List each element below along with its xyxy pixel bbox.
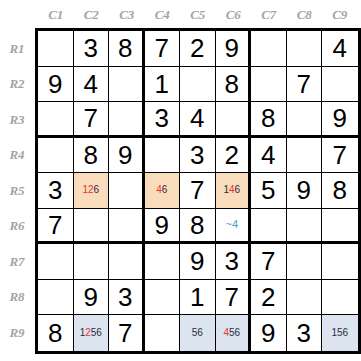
row-label-R7: R7	[0, 244, 34, 280]
cell-R7C4[interactable]	[145, 244, 181, 280]
cell-R3C2[interactable]: 7	[74, 102, 110, 138]
candidate-digit: 6	[343, 328, 349, 338]
col-label-C7: C7	[251, 5, 287, 25]
cell-R9C6[interactable]: 456	[216, 315, 252, 351]
col-label-C8: C8	[287, 5, 323, 25]
cell-R6C4[interactable]: 9	[145, 209, 181, 245]
cell-R2C1[interactable]: 9	[38, 67, 74, 103]
digit: 3	[84, 35, 98, 61]
cell-R6C6[interactable]: ~4	[216, 209, 252, 245]
cell-R1C4[interactable]: 7	[145, 31, 181, 67]
cell-R3C5[interactable]: 4	[180, 102, 216, 138]
cell-R3C3[interactable]	[109, 102, 145, 138]
cell-R2C4[interactable]: 1	[145, 67, 181, 103]
digit: 8	[48, 320, 62, 346]
cell-R8C7[interactable]: 2	[251, 280, 287, 316]
cell-R9C8[interactable]: 3	[287, 315, 323, 351]
cell-R6C1[interactable]: 7	[38, 209, 74, 245]
cell-R1C1[interactable]	[38, 31, 74, 67]
col-label-C2: C2	[74, 5, 110, 25]
cell-R9C4[interactable]	[145, 315, 181, 351]
cell-R7C1[interactable]	[38, 244, 74, 280]
digit: 5	[261, 177, 275, 203]
row-label-R1: R1	[0, 31, 34, 67]
cell-R2C5[interactable]	[180, 67, 216, 103]
digit: 3	[190, 142, 204, 168]
digit: 9	[118, 142, 132, 168]
cell-R6C7[interactable]	[251, 209, 287, 245]
digit: 3	[118, 284, 132, 310]
cell-R2C9[interactable]	[322, 67, 358, 103]
col-label-C9: C9	[322, 5, 358, 25]
row-label-R4: R4	[0, 138, 34, 174]
digit: 7	[155, 35, 169, 61]
digit: 9	[297, 177, 311, 203]
col-label-C6: C6	[216, 5, 252, 25]
digit: 7	[48, 212, 62, 238]
cell-R4C7[interactable]: 4	[251, 138, 287, 174]
cell-R9C1[interactable]: 8	[38, 315, 74, 351]
cell-R6C8[interactable]	[287, 209, 323, 245]
row-label-R2: R2	[0, 67, 34, 103]
digit: 9	[84, 284, 98, 310]
cell-R2C6[interactable]: 8	[216, 67, 252, 103]
cell-R3C1[interactable]	[38, 102, 74, 138]
cell-R1C2[interactable]: 3	[74, 31, 110, 67]
digit: 1	[190, 284, 204, 310]
cell-R1C6[interactable]: 9	[216, 31, 252, 67]
sudoku-board: 38729494187734898932473126467146598798~4…	[35, 28, 361, 354]
row-label-R6: R6	[0, 209, 34, 245]
digit: 8	[84, 142, 98, 168]
cell-R8C8[interactable]	[287, 280, 323, 316]
digit: 3	[225, 248, 239, 274]
cell-R4C8[interactable]	[287, 138, 323, 174]
cell-R5C8[interactable]: 9	[287, 173, 323, 209]
cell-R8C1[interactable]	[38, 280, 74, 316]
note-candidate: ~4	[225, 219, 238, 230]
digit: 4	[333, 35, 347, 61]
cell-R9C7[interactable]: 9	[251, 315, 287, 351]
candidates: 456	[223, 328, 240, 338]
cell-R8C6[interactable]: 7	[216, 280, 252, 316]
cell-R3C4[interactable]: 3	[145, 102, 181, 138]
digit: 3	[155, 105, 169, 131]
cell-R1C9[interactable]: 4	[322, 31, 358, 67]
candidates: 46	[156, 185, 167, 195]
digit: 4	[84, 71, 98, 97]
digit: 9	[190, 248, 204, 274]
cell-R4C2[interactable]: 8	[74, 138, 110, 174]
cell-R1C8[interactable]	[287, 31, 323, 67]
cell-R7C5[interactable]: 9	[180, 244, 216, 280]
digit: 8	[118, 35, 132, 61]
cell-R7C7[interactable]: 7	[251, 244, 287, 280]
digit: 7	[84, 105, 98, 131]
cell-R7C9[interactable]	[322, 244, 358, 280]
digit: 1	[155, 71, 169, 97]
row-label-R3: R3	[0, 102, 34, 138]
cell-R1C7[interactable]	[251, 31, 287, 67]
col-label-C1: C1	[38, 5, 74, 25]
row-label-R9: R9	[0, 315, 34, 351]
digit: 7	[297, 71, 311, 97]
cell-R8C9[interactable]	[322, 280, 358, 316]
digit: 8	[190, 212, 204, 238]
digit: 9	[48, 71, 62, 97]
col-label-C4: C4	[145, 5, 181, 25]
cell-R5C9[interactable]: 8	[322, 173, 358, 209]
digit: 9	[155, 212, 169, 238]
cell-R4C3[interactable]: 9	[109, 138, 145, 174]
cell-R7C3[interactable]	[109, 244, 145, 280]
cell-R4C5[interactable]: 3	[180, 138, 216, 174]
cell-R7C2[interactable]	[74, 244, 110, 280]
digit: 7	[333, 142, 347, 168]
digit: 2	[261, 284, 275, 310]
candidate-digit: 6	[94, 185, 100, 195]
row-label-R8: R8	[0, 280, 34, 316]
cell-R8C3[interactable]: 3	[109, 280, 145, 316]
digit: 3	[48, 177, 62, 203]
candidates: 56	[192, 328, 203, 338]
candidates: 1256	[80, 328, 102, 338]
cell-R2C7[interactable]	[251, 67, 287, 103]
digit: 8	[225, 71, 239, 97]
cell-R3C6[interactable]	[216, 102, 252, 138]
cell-R7C6[interactable]: 3	[216, 244, 252, 280]
cell-R1C3[interactable]: 8	[109, 31, 145, 67]
cell-R6C2[interactable]	[74, 209, 110, 245]
digit: 7	[261, 248, 275, 274]
cell-R3C9[interactable]: 9	[322, 102, 358, 138]
digit: 8	[333, 177, 347, 203]
cell-R5C5[interactable]: 7	[180, 173, 216, 209]
candidate-digit: 6	[235, 185, 241, 195]
cell-R4C1[interactable]	[38, 138, 74, 174]
column-labels: C1C2C3C4C5C6C7C8C9	[38, 5, 358, 25]
row-label-R5: R5	[0, 173, 34, 209]
candidates: 156	[331, 328, 348, 338]
digit: 9	[225, 35, 239, 61]
cell-R9C5[interactable]: 56	[180, 315, 216, 351]
candidate-digit: 6	[96, 328, 102, 338]
cell-R8C4[interactable]	[145, 280, 181, 316]
cell-R2C3[interactable]	[109, 67, 145, 103]
cell-R9C2[interactable]: 1256	[74, 315, 110, 351]
digit: 7	[190, 177, 204, 203]
candidates: 126	[82, 185, 99, 195]
cell-R6C9[interactable]	[322, 209, 358, 245]
candidate-digit: 6	[235, 328, 241, 338]
cell-R4C9[interactable]: 7	[322, 138, 358, 174]
digit: 3	[297, 320, 311, 346]
digit: 4	[261, 142, 275, 168]
cell-R5C1[interactable]: 3	[38, 173, 74, 209]
row-labels: R1R2R3R4R5R6R7R8R9	[0, 31, 34, 351]
cell-R4C6[interactable]: 2	[216, 138, 252, 174]
cell-R5C4[interactable]: 46	[145, 173, 181, 209]
digit: 2	[225, 142, 239, 168]
digit: 9	[333, 105, 347, 131]
digit: 2	[190, 35, 204, 61]
col-label-C5: C5	[180, 5, 216, 25]
digit: 7	[225, 284, 239, 310]
cell-R9C3[interactable]: 7	[109, 315, 145, 351]
cell-R1C5[interactable]: 2	[180, 31, 216, 67]
digit: 4	[190, 105, 204, 131]
cell-R2C2[interactable]: 4	[74, 67, 110, 103]
cell-R4C4[interactable]	[145, 138, 181, 174]
cell-R5C7[interactable]: 5	[251, 173, 287, 209]
col-label-C3: C3	[109, 5, 145, 25]
cell-R6C3[interactable]	[109, 209, 145, 245]
cell-R3C8[interactable]	[287, 102, 323, 138]
cell-R8C2[interactable]: 9	[74, 280, 110, 316]
candidate-digit: 6	[162, 185, 168, 195]
cell-R9C9[interactable]: 156	[322, 315, 358, 351]
digit: 9	[261, 320, 275, 346]
candidate-digit: 6	[197, 328, 203, 338]
digit: 8	[261, 105, 275, 131]
cell-R5C2[interactable]: 126	[74, 173, 110, 209]
cell-R6C5[interactable]: 8	[180, 209, 216, 245]
cell-R2C8[interactable]: 7	[287, 67, 323, 103]
cell-R5C6[interactable]: 146	[216, 173, 252, 209]
digit: 7	[118, 320, 132, 346]
cell-R8C5[interactable]: 1	[180, 280, 216, 316]
candidates: 146	[223, 185, 240, 195]
cell-R7C8[interactable]	[287, 244, 323, 280]
cell-R3C7[interactable]: 8	[251, 102, 287, 138]
cell-R5C3[interactable]	[109, 173, 145, 209]
